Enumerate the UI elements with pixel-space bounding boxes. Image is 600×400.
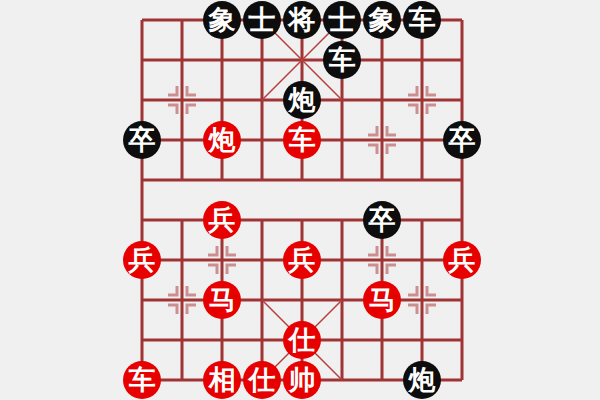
piece-glyph: 象 (369, 6, 396, 33)
piece-glyph: 仕 (289, 326, 316, 353)
piece-glyph: 卒 (369, 206, 396, 233)
piece-glyph: 兵 (449, 246, 476, 273)
piece-glyph: 车 (129, 366, 156, 393)
piece-red-king[interactable]: 帅 (283, 361, 321, 399)
piece-glyph: 炮 (409, 366, 436, 393)
piece-red-horse[interactable]: 马 (363, 281, 401, 319)
piece-red-soldier[interactable]: 兵 (123, 241, 161, 279)
piece-glyph: 马 (209, 286, 236, 313)
board-grid: 象士将士象车车炮卒炮车卒兵卒兵兵兵马马仕车相仕帅炮 (122, 0, 482, 400)
piece-black-soldier[interactable]: 卒 (363, 201, 401, 239)
piece-glyph: 士 (329, 6, 356, 33)
piece-red-soldier[interactable]: 兵 (443, 241, 481, 279)
piece-glyph: 帅 (289, 366, 316, 393)
piece-black-chariot[interactable]: 车 (403, 1, 441, 39)
xiangqi-board: 象士将士象车车炮卒炮车卒兵卒兵兵兵马马仕车相仕帅炮 (0, 0, 600, 400)
piece-black-chariot[interactable]: 车 (323, 41, 361, 79)
piece-black-soldier[interactable]: 卒 (123, 121, 161, 159)
piece-glyph: 将 (289, 6, 316, 33)
piece-black-elephant[interactable]: 象 (363, 1, 401, 39)
piece-black-advisor[interactable]: 士 (243, 1, 281, 39)
piece-red-advisor[interactable]: 仕 (243, 361, 281, 399)
piece-black-cannon[interactable]: 炮 (403, 361, 441, 399)
piece-black-cannon[interactable]: 炮 (283, 81, 321, 119)
piece-black-soldier[interactable]: 卒 (443, 121, 481, 159)
piece-glyph: 马 (369, 286, 396, 313)
piece-red-chariot[interactable]: 车 (123, 361, 161, 399)
piece-glyph: 仕 (249, 366, 276, 393)
piece-glyph: 卒 (129, 126, 156, 153)
piece-glyph: 兵 (289, 246, 316, 273)
piece-red-soldier[interactable]: 兵 (283, 241, 321, 279)
piece-glyph: 象 (209, 6, 236, 33)
piece-black-advisor[interactable]: 士 (323, 1, 361, 39)
piece-glyph: 士 (249, 6, 276, 33)
piece-glyph: 车 (289, 126, 316, 153)
piece-black-elephant[interactable]: 象 (203, 1, 241, 39)
piece-glyph: 炮 (209, 126, 236, 153)
piece-red-elephant[interactable]: 相 (203, 361, 241, 399)
piece-glyph: 车 (329, 46, 356, 73)
piece-black-general[interactable]: 将 (283, 1, 321, 39)
piece-red-chariot[interactable]: 车 (283, 121, 321, 159)
piece-red-soldier[interactable]: 兵 (203, 201, 241, 239)
piece-glyph: 卒 (449, 126, 476, 153)
piece-red-horse[interactable]: 马 (203, 281, 241, 319)
piece-red-advisor[interactable]: 仕 (283, 321, 321, 359)
piece-glyph: 兵 (209, 206, 236, 233)
piece-glyph: 兵 (129, 246, 156, 273)
piece-glyph: 车 (409, 6, 436, 33)
piece-red-cannon[interactable]: 炮 (203, 121, 241, 159)
piece-glyph: 相 (209, 366, 236, 393)
piece-glyph: 炮 (289, 86, 316, 113)
